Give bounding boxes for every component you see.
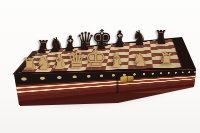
piece-white-pawn: ♟ — [111, 51, 124, 65]
piece-black-queen: ♛ — [76, 30, 95, 51]
piece-black-knight: ♞ — [49, 36, 64, 53]
piece-black-rook: ♜ — [154, 28, 167, 43]
piece-black-pawn: ♟ — [36, 43, 47, 56]
piece-white-pawn: ♟ — [25, 55, 38, 69]
pieces-layer: ♜♞♝♛♚♝♞♜♟♟♟♟♟♟♟♟♟♟♟♟♟♟♟♟♜♞♝♛♚♝♞♜ — [0, 0, 200, 133]
piece-black-pawn: ♟ — [156, 34, 167, 47]
piece-black-knight: ♞ — [132, 29, 147, 46]
piece-white-bishop: ♝ — [50, 52, 68, 73]
photo-scene: ♜♞♝♛♚♝♞♜♟♟♟♟♟♟♟♟♟♟♟♟♟♟♟♟♜♞♝♛♚♝♞♜ — [0, 0, 200, 133]
piece-black-pawn: ♟ — [49, 42, 60, 55]
piece-black-bishop: ♝ — [112, 29, 129, 48]
piece-black-pawn: ♟ — [96, 39, 107, 52]
piece-white-knight: ♞ — [132, 50, 149, 69]
piece-white-pawn: ♟ — [39, 55, 52, 69]
piece-black-rook: ♜ — [37, 39, 50, 54]
piece-black-bishop: ♝ — [62, 33, 79, 52]
piece-white-pawn: ♟ — [55, 54, 68, 68]
piece-white-bishop: ♝ — [107, 49, 125, 70]
piece-white-rook: ♜ — [21, 56, 36, 73]
piece-white-knight: ♞ — [35, 54, 52, 73]
piece-black-pawn: ♟ — [64, 41, 75, 54]
piece-white-queen: ♛ — [66, 49, 87, 72]
piece-black-pawn: ♟ — [79, 40, 90, 53]
piece-black-pawn: ♟ — [134, 35, 145, 48]
piece-white-pawn: ♟ — [134, 50, 147, 64]
piece-white-pawn: ♟ — [72, 53, 85, 67]
piece-white-pawn: ♟ — [90, 52, 103, 66]
piece-white-king: ♚ — [84, 46, 106, 71]
piece-black-pawn: ♟ — [114, 37, 125, 50]
piece-black-king: ♚ — [92, 27, 113, 50]
piece-white-pawn: ♟ — [159, 49, 172, 63]
piece-white-rook: ♜ — [159, 51, 174, 68]
